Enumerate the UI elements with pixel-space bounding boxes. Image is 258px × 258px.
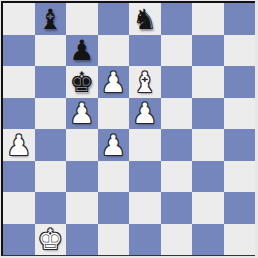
square-b2[interactable]	[35, 192, 67, 224]
white-pawn[interactable]: ♟	[101, 132, 126, 160]
black-knight[interactable]: ♞	[132, 6, 157, 34]
square-f3[interactable]	[161, 161, 193, 193]
square-h7[interactable]	[224, 35, 256, 67]
chess-board: ♝♞♟♚♟♝♟♟♟♟♚	[1, 1, 255, 256]
square-d8[interactable]	[98, 3, 130, 35]
square-e8[interactable]: ♞	[129, 3, 161, 35]
square-b3[interactable]	[35, 161, 67, 193]
white-bishop[interactable]: ♝	[132, 69, 157, 97]
square-a6[interactable]	[3, 66, 35, 98]
square-h8[interactable]	[224, 3, 256, 35]
square-g3[interactable]	[192, 161, 224, 193]
square-e1[interactable]	[129, 224, 161, 256]
square-d7[interactable]	[98, 35, 130, 67]
square-c1[interactable]	[66, 224, 98, 256]
square-d1[interactable]	[98, 224, 130, 256]
square-f8[interactable]	[161, 3, 193, 35]
square-g1[interactable]	[192, 224, 224, 256]
square-e3[interactable]	[129, 161, 161, 193]
square-b4[interactable]	[35, 129, 67, 161]
square-d4[interactable]: ♟	[98, 129, 130, 161]
square-e5[interactable]: ♟	[129, 98, 161, 130]
square-f1[interactable]	[161, 224, 193, 256]
white-pawn[interactable]: ♟	[69, 100, 94, 128]
square-c7[interactable]: ♟	[66, 35, 98, 67]
square-b8[interactable]: ♝	[35, 3, 67, 35]
square-d2[interactable]	[98, 192, 130, 224]
square-h6[interactable]	[224, 66, 256, 98]
square-g7[interactable]	[192, 35, 224, 67]
white-pawn[interactable]: ♟	[6, 132, 31, 160]
square-b1[interactable]: ♚	[35, 224, 67, 256]
white-pawn[interactable]: ♟	[132, 100, 157, 128]
square-c3[interactable]	[66, 161, 98, 193]
black-pawn[interactable]: ♟	[69, 37, 94, 65]
square-e2[interactable]	[129, 192, 161, 224]
square-a7[interactable]	[3, 35, 35, 67]
square-f2[interactable]	[161, 192, 193, 224]
square-d3[interactable]	[98, 161, 130, 193]
square-c5[interactable]: ♟	[66, 98, 98, 130]
square-f7[interactable]	[161, 35, 193, 67]
square-f4[interactable]	[161, 129, 193, 161]
square-a1[interactable]	[3, 224, 35, 256]
white-king[interactable]: ♚	[38, 226, 63, 254]
square-d6[interactable]: ♟	[98, 66, 130, 98]
square-e4[interactable]	[129, 129, 161, 161]
chess-board-frame: ♝♞♟♚♟♝♟♟♟♟♚	[0, 0, 258, 258]
square-g4[interactable]	[192, 129, 224, 161]
square-c6[interactable]: ♚	[66, 66, 98, 98]
white-pawn[interactable]: ♟	[101, 69, 126, 97]
square-b5[interactable]	[35, 98, 67, 130]
black-bishop[interactable]: ♝	[38, 6, 63, 34]
square-h1[interactable]	[224, 224, 256, 256]
square-f6[interactable]	[161, 66, 193, 98]
square-h3[interactable]	[224, 161, 256, 193]
square-a8[interactable]	[3, 3, 35, 35]
square-c8[interactable]	[66, 3, 98, 35]
square-a2[interactable]	[3, 192, 35, 224]
square-b6[interactable]	[35, 66, 67, 98]
square-g6[interactable]	[192, 66, 224, 98]
square-h4[interactable]	[224, 129, 256, 161]
square-a4[interactable]: ♟	[3, 129, 35, 161]
square-c2[interactable]	[66, 192, 98, 224]
square-f5[interactable]	[161, 98, 193, 130]
square-g5[interactable]	[192, 98, 224, 130]
square-b7[interactable]	[35, 35, 67, 67]
square-g8[interactable]	[192, 3, 224, 35]
square-h5[interactable]	[224, 98, 256, 130]
black-king[interactable]: ♚	[69, 69, 94, 97]
square-d5[interactable]	[98, 98, 130, 130]
square-a3[interactable]	[3, 161, 35, 193]
square-g2[interactable]	[192, 192, 224, 224]
square-h2[interactable]	[224, 192, 256, 224]
square-e6[interactable]: ♝	[129, 66, 161, 98]
square-a5[interactable]	[3, 98, 35, 130]
square-e7[interactable]	[129, 35, 161, 67]
square-c4[interactable]	[66, 129, 98, 161]
